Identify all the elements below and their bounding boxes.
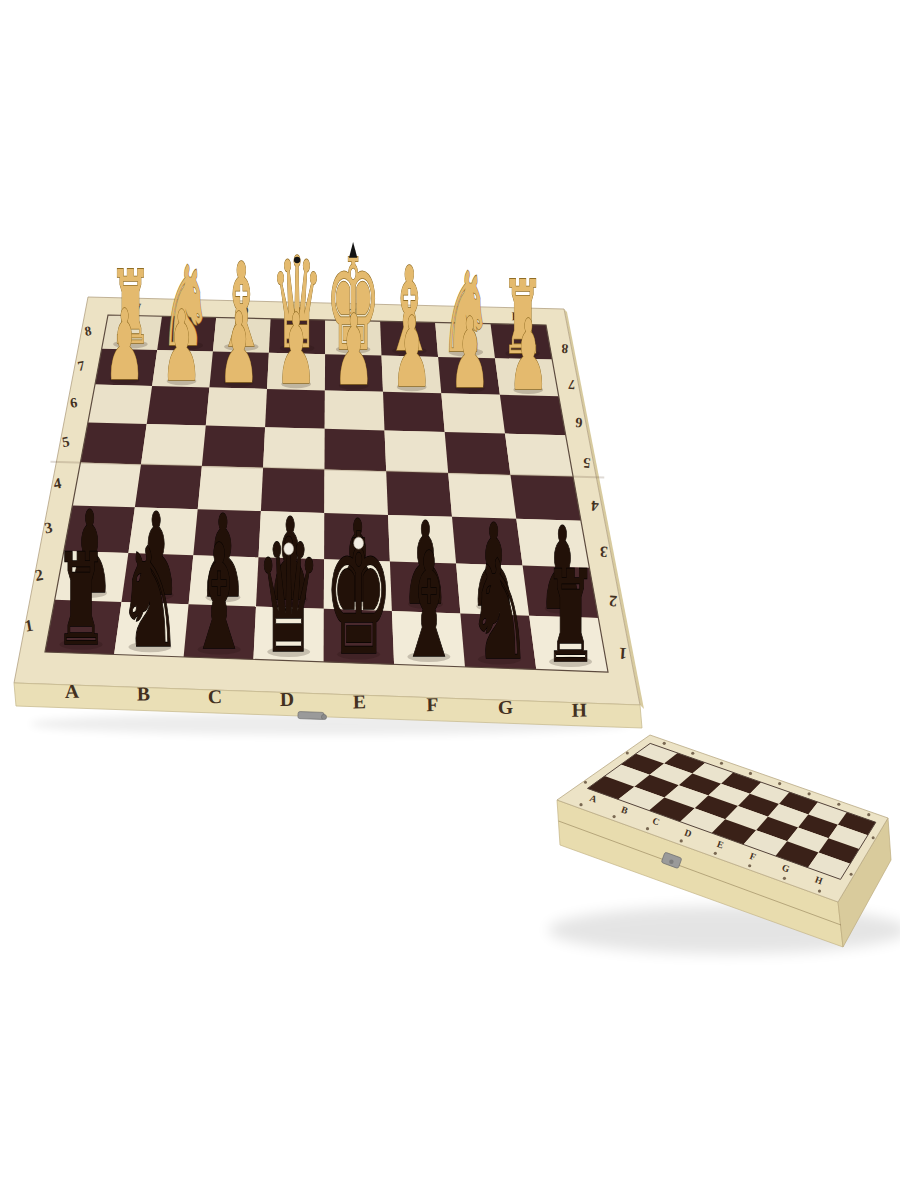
queen-finial-d8 [294, 257, 300, 263]
square-g5 [445, 432, 511, 475]
rank-label-right-5: 5 [582, 455, 590, 471]
rank-label-right-6: 6 [575, 415, 583, 431]
screw-dot [783, 877, 786, 880]
black-bishop-c1: ♝ [189, 513, 249, 683]
square-f5 [385, 430, 449, 473]
closed-chess-board: ABCDEFGH [548, 735, 900, 954]
square-e5 [325, 429, 387, 472]
rank-label-right-1: 1 [618, 644, 628, 664]
screw-dot [646, 827, 649, 830]
screw-dot [714, 852, 717, 855]
black-king-e1: ♚ [324, 498, 393, 693]
black-bishop-f1: ♝ [399, 521, 459, 691]
screw-dot [808, 792, 811, 795]
file-label-bottom-f: F [426, 694, 438, 715]
board-clasp [298, 712, 324, 720]
black-knight-g1: ♞ [467, 530, 531, 691]
white-pawn-h7: ♟ [508, 299, 548, 412]
pommel-dot-e1 [354, 537, 364, 549]
screw-dot [613, 815, 616, 818]
square-h5 [505, 434, 573, 477]
file-label-bottom-h: H [571, 700, 587, 721]
white-pawn-f7: ♟ [392, 296, 432, 409]
white-pawn-a7: ♟ [105, 289, 145, 402]
screw-dot [626, 751, 629, 754]
rank-label-right-3: 3 [599, 544, 608, 562]
file-label-bottom-a: A [65, 681, 80, 702]
closed-clasp-pin [669, 860, 673, 864]
square-b5 [141, 424, 206, 466]
screw-dot [748, 864, 751, 867]
screw-dot [872, 836, 875, 839]
product-photo: 8877665544332211AABBCCDDEEFFGGHH♜♞♝♛♚♝♞♜… [0, 0, 900, 1200]
square-c5 [202, 426, 265, 468]
open-chess-set: 8877665544332211AABBCCDDEEFFGGHH♜♞♝♛♚♝♞♜… [14, 224, 644, 735]
photo-canvas: 8877665544332211AABBCCDDEEFFGGHH♜♞♝♛♚♝♞♜… [0, 0, 900, 1200]
white-pawn-d7: ♟ [276, 293, 316, 406]
black-rook-h1: ♜ [544, 544, 596, 690]
file-label-bottom-c: C [208, 686, 223, 707]
square-a5 [80, 422, 146, 464]
black-knight-b1: ♞ [118, 518, 182, 679]
file-label-bottom-d: D [280, 689, 295, 710]
screw-dot [778, 782, 781, 785]
screw-dot [584, 781, 587, 784]
file-label-bottom-g: G [498, 697, 514, 718]
black-rook-a1: ♜ [55, 527, 107, 673]
screw-dot [867, 813, 870, 816]
white-pawn-e7: ♟ [334, 294, 374, 407]
screw-dot [749, 772, 752, 775]
screw-dot [850, 873, 853, 876]
screw-dot [579, 803, 582, 806]
square-d5 [263, 427, 325, 469]
board-clasp-pin [321, 714, 326, 719]
black-queen-d1: ♛ [256, 506, 321, 688]
rank-label-right-2: 2 [608, 592, 617, 610]
screw-dot [691, 752, 694, 755]
white-pawn-g7: ♟ [450, 297, 490, 410]
white-pawn-c7: ♟ [219, 292, 259, 405]
screw-dot [680, 839, 683, 842]
rank-label-right-8: 8 [561, 341, 569, 356]
white-pawn-b7: ♟ [161, 290, 201, 403]
file-label-bottom-b: B [137, 683, 150, 704]
screw-dot [837, 803, 840, 806]
screw-dot [663, 742, 666, 745]
screw-dot [818, 889, 821, 892]
pommel-dot-d1 [284, 543, 294, 555]
screw-dot [720, 762, 723, 765]
file-label-bottom-e: E [353, 691, 366, 712]
rank-label-right-7: 7 [568, 377, 576, 392]
